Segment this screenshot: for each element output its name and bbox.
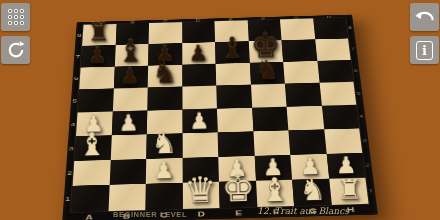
square-h4[interactable] [321, 105, 359, 130]
square-e6[interactable] [216, 63, 251, 86]
square-b6[interactable]: ♟ [113, 65, 148, 88]
square-d1[interactable]: ♛ [182, 182, 219, 209]
square-g3[interactable] [288, 129, 326, 154]
square-a5[interactable] [78, 89, 114, 113]
white-knight[interactable]: ♞ [151, 128, 178, 158]
square-f1[interactable]: ♝ [256, 180, 295, 207]
black-knight[interactable]: ♞ [255, 56, 280, 84]
rotate-restart-button[interactable] [1, 36, 30, 64]
black-rook[interactable]: ♜ [87, 20, 110, 45]
square-d3[interactable] [182, 132, 218, 157]
white-queen[interactable]: ♛ [184, 172, 217, 209]
square-a2[interactable] [73, 160, 111, 186]
coord-label: 5 [70, 90, 79, 113]
square-h6[interactable] [317, 60, 354, 83]
coord-label: 7 [348, 38, 358, 60]
white-pawn[interactable]: ♟ [118, 111, 139, 134]
coord-label: 6 [351, 60, 361, 82]
square-f6[interactable]: ♞ [249, 62, 284, 85]
square-d5[interactable] [182, 86, 217, 110]
coord-label: 8 [75, 25, 84, 46]
black-bishop[interactable]: ♝ [117, 35, 144, 65]
square-b2[interactable] [109, 159, 146, 185]
square-h8[interactable] [313, 18, 348, 40]
coord-label: 7 [73, 46, 82, 68]
square-d6[interactable] [182, 64, 216, 87]
coord-label: 6 [72, 67, 81, 89]
square-e4[interactable] [217, 108, 253, 133]
square-b3[interactable] [110, 134, 146, 159]
info-icon: i [416, 41, 433, 60]
board-grid-icon [7, 8, 25, 26]
square-a3[interactable]: ♝ [74, 135, 111, 160]
black-pawn[interactable]: ♟ [120, 65, 140, 87]
square-d7[interactable]: ♟ [182, 42, 216, 64]
new-game-button[interactable] [1, 3, 30, 31]
white-pawn[interactable]: ♟ [189, 109, 210, 132]
square-e1[interactable]: ♚ [219, 181, 257, 208]
white-pawn[interactable]: ♟ [153, 159, 175, 183]
square-e7[interactable]: ♝ [215, 41, 249, 63]
square-h1[interactable]: ♜ [329, 178, 369, 205]
square-e3[interactable] [218, 131, 255, 156]
coord-label: 3 [359, 128, 370, 153]
coord-label: 5 [353, 82, 363, 105]
chess-board: ♜♟♝♟♟♝♚♟♞♞♟♟♟♝♞♟♟♟♟♟♛♚♝♞♜ [71, 18, 369, 213]
white-bishop[interactable]: ♝ [77, 128, 106, 160]
square-b4[interactable]: ♟ [111, 111, 147, 136]
square-g5[interactable] [285, 83, 322, 107]
white-king[interactable]: ♚ [221, 170, 255, 208]
coord-label: 8 [345, 17, 355, 38]
level-label: BEGINNER LEVEL [100, 210, 200, 219]
square-g6[interactable] [283, 61, 319, 84]
square-g1[interactable]: ♞ [292, 179, 331, 206]
square-a7[interactable]: ♟ [81, 45, 116, 67]
square-f4[interactable] [252, 107, 289, 132]
square-a6[interactable] [79, 66, 114, 89]
black-pawn[interactable]: ♟ [188, 42, 208, 64]
square-b5[interactable] [112, 88, 147, 112]
white-bishop[interactable]: ♝ [260, 173, 290, 207]
square-c1[interactable] [145, 183, 182, 210]
square-g7[interactable] [282, 39, 317, 61]
square-g4[interactable] [287, 106, 324, 131]
square-d4[interactable]: ♟ [182, 109, 217, 134]
move-status-label: 12. Trait aux Blancs [248, 206, 358, 216]
square-h3[interactable] [324, 128, 362, 153]
square-c2[interactable]: ♟ [146, 158, 183, 184]
chess-app-screen: { "game": "chess", "app_title": "Chess (… [0, 0, 440, 220]
rotate-icon [6, 40, 26, 60]
board-rim: ♜♟♝♟♟♝♚♟♞♞♟♟♟♝♞♟♟♟♟♟♛♚♝♞♜ ABCDEFGH ABCDE… [62, 15, 378, 220]
black-knight[interactable]: ♞ [152, 59, 177, 87]
white-knight[interactable]: ♞ [299, 175, 327, 206]
square-e5[interactable] [216, 85, 251, 109]
coord-label: 4 [356, 105, 366, 129]
square-b1[interactable] [108, 184, 146, 211]
square-h7[interactable] [315, 38, 351, 60]
square-h5[interactable] [319, 82, 356, 106]
square-c5[interactable] [147, 87, 182, 111]
white-rook[interactable]: ♜ [337, 176, 363, 204]
black-bishop[interactable]: ♝ [218, 33, 245, 63]
square-c6[interactable]: ♞ [148, 64, 182, 87]
undo-arrow-icon [414, 8, 436, 26]
square-f5[interactable] [251, 84, 287, 108]
black-pawn[interactable]: ♟ [87, 44, 107, 66]
info-button[interactable]: i [410, 36, 439, 64]
square-g8[interactable] [280, 18, 315, 40]
board-scene: ♜♟♝♟♟♝♚♟♞♞♟♟♟♝♞♟♟♟♟♟♛♚♝♞♜ ABCDEFGH ABCDE… [62, 15, 378, 220]
undo-button[interactable] [410, 3, 439, 31]
square-f3[interactable] [253, 130, 290, 155]
square-a1[interactable] [71, 185, 109, 212]
square-c3[interactable]: ♞ [146, 133, 182, 158]
